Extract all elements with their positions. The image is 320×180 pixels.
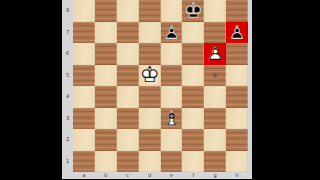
black-king-f8[interactable]: ♚♔: [182, 0, 204, 22]
white-pawn-outline-glyph: ♙: [204, 43, 226, 65]
letterbox-left: [0, 0, 62, 180]
square-c1[interactable]: [117, 151, 139, 173]
square-g5[interactable]: ✳: [204, 65, 226, 87]
white-king-d5[interactable]: ♚♔: [139, 65, 161, 87]
square-a7[interactable]: [73, 22, 95, 44]
square-g8[interactable]: [204, 0, 226, 22]
square-b4[interactable]: [95, 86, 117, 108]
square-a5[interactable]: [73, 65, 95, 87]
square-d6[interactable]: [139, 43, 161, 65]
square-g2[interactable]: [204, 129, 226, 151]
square-h3[interactable]: [226, 108, 248, 130]
rank-label-5: 5: [62, 65, 73, 87]
square-g1[interactable]: [204, 151, 226, 173]
square-b5[interactable]: [95, 65, 117, 87]
black-pawn-h7[interactable]: ♟♙: [226, 22, 248, 44]
square-e8[interactable]: [161, 0, 183, 22]
square-h4[interactable]: [226, 86, 248, 108]
black-king-outline-glyph: ♔: [182, 0, 204, 22]
square-h2[interactable]: [226, 129, 248, 151]
square-e2[interactable]: [161, 129, 183, 151]
white-bishop-outline-glyph: ♗: [161, 108, 183, 130]
file-label-h: h: [226, 172, 248, 179]
black-pawn-fill-glyph: ♟: [161, 22, 183, 44]
square-d2[interactable]: [139, 129, 161, 151]
square-f5[interactable]: [182, 65, 204, 87]
white-bishop-e3[interactable]: ♝♗: [161, 108, 183, 130]
black-pawn-outline-glyph: ♙: [161, 22, 183, 44]
square-d1[interactable]: [139, 151, 161, 173]
square-d4[interactable]: [139, 86, 161, 108]
square-g4[interactable]: [204, 86, 226, 108]
square-f7[interactable]: [182, 22, 204, 44]
square-d7[interactable]: [139, 22, 161, 44]
square-f2[interactable]: [182, 129, 204, 151]
white-pawn-g6[interactable]: ♟♙: [204, 43, 226, 65]
square-f3[interactable]: [182, 108, 204, 130]
square-b7[interactable]: [95, 22, 117, 44]
white-king-outline-glyph: ♔: [139, 65, 161, 87]
square-g3[interactable]: [204, 108, 226, 130]
square-h5[interactable]: [226, 65, 248, 87]
rank-coordinates: 87654321: [62, 0, 73, 172]
square-d5[interactable]: ♚♔: [139, 65, 161, 87]
square-b8[interactable]: [95, 0, 117, 22]
square-h6[interactable]: [226, 43, 248, 65]
square-c6[interactable]: [117, 43, 139, 65]
file-label-e: e: [161, 172, 183, 179]
file-coordinates: abcdefgh: [73, 172, 248, 179]
square-b2[interactable]: [95, 129, 117, 151]
square-c4[interactable]: [117, 86, 139, 108]
rank-label-7: 7: [62, 22, 73, 44]
file-label-a: a: [73, 172, 95, 179]
square-e3[interactable]: ♝♗: [161, 108, 183, 130]
star-cursor-icon: ✳: [204, 65, 226, 87]
square-g7[interactable]: [204, 22, 226, 44]
square-a4[interactable]: [73, 86, 95, 108]
board-frame: 87654321 ♚♔♟♙♟♙♟♙♚♔✳♝♗ abcdefgh: [62, 0, 252, 179]
square-e1[interactable]: [161, 151, 183, 173]
chess-board: ♚♔♟♙♟♙♟♙♚♔✳♝♗: [73, 0, 248, 172]
square-c3[interactable]: [117, 108, 139, 130]
file-label-g: g: [204, 172, 226, 179]
white-bishop-fill-glyph: ♝: [161, 108, 183, 130]
square-c7[interactable]: [117, 22, 139, 44]
file-label-b: b: [95, 172, 117, 179]
black-pawn-outline-glyph: ♙: [226, 22, 248, 44]
file-label-c: c: [117, 172, 139, 179]
square-f8[interactable]: ♚♔: [182, 0, 204, 22]
square-e6[interactable]: [161, 43, 183, 65]
square-f4[interactable]: [182, 86, 204, 108]
square-h1[interactable]: [226, 151, 248, 173]
square-e5[interactable]: [161, 65, 183, 87]
black-pawn-fill-glyph: ♟: [226, 22, 248, 44]
black-pawn-e7[interactable]: ♟♙: [161, 22, 183, 44]
rank-label-3: 3: [62, 108, 73, 130]
rank-label-1: 1: [62, 151, 73, 173]
white-king-fill-glyph: ♚: [139, 65, 161, 87]
square-a8[interactable]: [73, 0, 95, 22]
square-g6[interactable]: ♟♙: [204, 43, 226, 65]
letterbox-right: [252, 0, 320, 180]
square-f6[interactable]: [182, 43, 204, 65]
rank-label-6: 6: [62, 43, 73, 65]
square-a2[interactable]: [73, 129, 95, 151]
square-e4[interactable]: [161, 86, 183, 108]
rank-label-8: 8: [62, 0, 73, 22]
square-b1[interactable]: [95, 151, 117, 173]
rank-label-2: 2: [62, 129, 73, 151]
square-e7[interactable]: ♟♙: [161, 22, 183, 44]
screenshot-root: { "game": "chess", "position": { "fen": …: [0, 0, 320, 180]
square-d8[interactable]: [139, 0, 161, 22]
square-c8[interactable]: [117, 0, 139, 22]
square-c2[interactable]: [117, 129, 139, 151]
square-h8[interactable]: [226, 0, 248, 22]
square-h7[interactable]: ♟♙: [226, 22, 248, 44]
file-label-d: d: [139, 172, 161, 179]
square-f1[interactable]: [182, 151, 204, 173]
square-a3[interactable]: [73, 108, 95, 130]
square-d3[interactable]: [139, 108, 161, 130]
square-b3[interactable]: [95, 108, 117, 130]
black-king-fill-glyph: ♚: [182, 0, 204, 22]
square-a6[interactable]: [73, 43, 95, 65]
square-b6[interactable]: [95, 43, 117, 65]
square-a1[interactable]: [73, 151, 95, 173]
square-c5[interactable]: [117, 65, 139, 87]
file-label-f: f: [182, 172, 204, 179]
rank-label-4: 4: [62, 86, 73, 108]
white-pawn-fill-glyph: ♟: [204, 43, 226, 65]
